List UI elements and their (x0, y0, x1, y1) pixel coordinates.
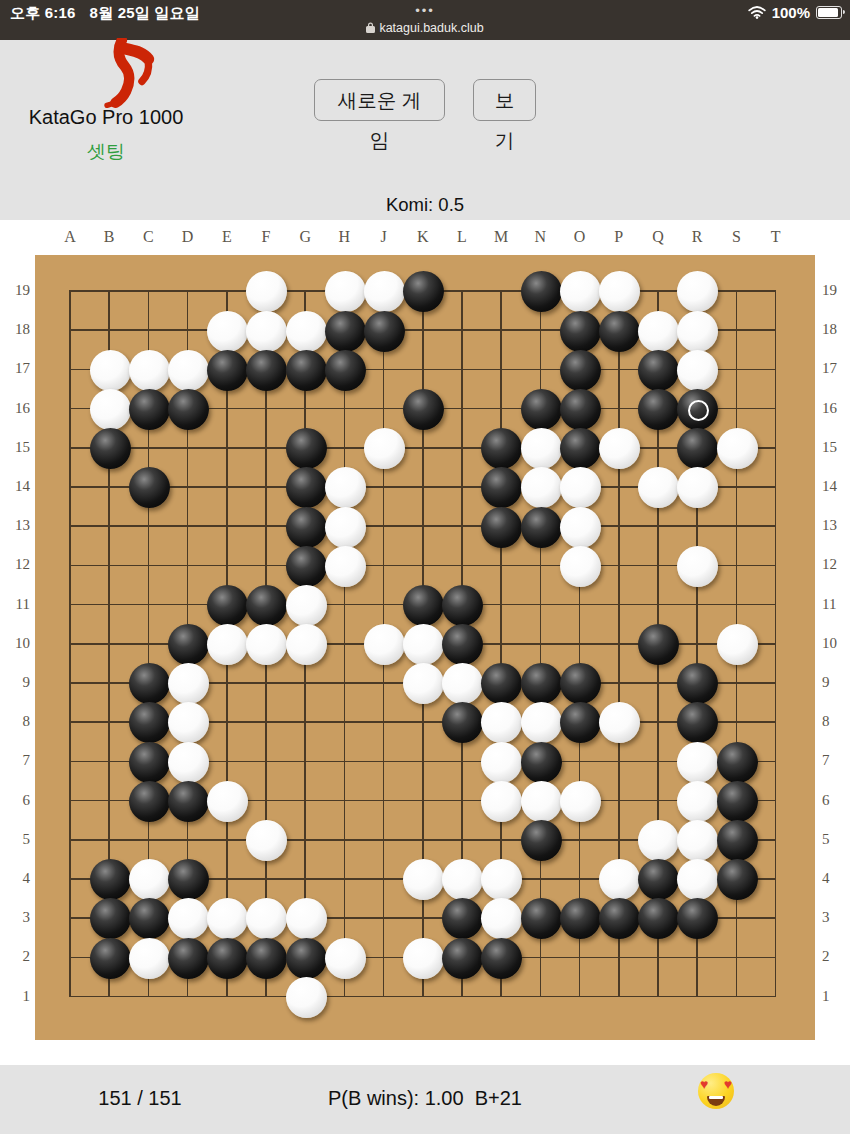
coord-label-row: 19 (2, 282, 30, 299)
last-move-marker (688, 400, 709, 421)
stone-R19[interactable] (677, 271, 718, 312)
stone-R18[interactable] (677, 311, 718, 352)
stone-L3[interactable] (442, 898, 483, 939)
stone-Q16[interactable] (638, 389, 679, 430)
stone-H18[interactable] (325, 311, 366, 352)
stone-D17[interactable] (168, 350, 209, 391)
stone-F3[interactable] (246, 898, 287, 939)
coord-label-row: 13 (822, 517, 850, 534)
stone-G15[interactable] (286, 428, 327, 469)
stone-D6[interactable] (168, 781, 209, 822)
coord-label-row: 15 (2, 439, 30, 456)
stone-R8[interactable] (677, 702, 718, 743)
coord-label-row: 16 (2, 400, 30, 417)
stone-E18[interactable] (207, 311, 248, 352)
taekwondo-kicker-logo (86, 38, 164, 108)
stone-N14[interactable] (521, 467, 562, 508)
stone-G17[interactable] (286, 350, 327, 391)
stone-K16[interactable] (403, 389, 444, 430)
stone-M9[interactable] (481, 663, 522, 704)
stone-O16[interactable] (560, 389, 601, 430)
coord-label-col: K (407, 228, 439, 246)
stone-M8[interactable] (481, 702, 522, 743)
stone-C16[interactable] (129, 389, 170, 430)
coord-label-col: M (485, 228, 517, 246)
board-section: AABBCCDDEEFFGGHHJJKKLLMMNNOOPPQQRRSSTT19… (0, 220, 850, 1065)
stone-D8[interactable] (168, 702, 209, 743)
stone-S4[interactable] (717, 859, 758, 900)
stone-O12[interactable] (560, 546, 601, 587)
stone-E11[interactable] (207, 585, 248, 626)
address-bar[interactable]: katagui.baduk.club (0, 21, 850, 35)
stone-G13[interactable] (286, 507, 327, 548)
coord-label-row: 11 (822, 596, 850, 613)
stone-C8[interactable] (129, 702, 170, 743)
coord-label-col: O (564, 228, 596, 246)
stone-H2[interactable] (325, 938, 366, 979)
stone-C7[interactable] (129, 742, 170, 783)
komi-label: Komi: 0.5 (0, 194, 850, 216)
stone-N6[interactable] (521, 781, 562, 822)
stone-D10[interactable] (168, 624, 209, 665)
stone-L11[interactable] (442, 585, 483, 626)
coord-label-col: S (720, 228, 752, 246)
stone-Q10[interactable] (638, 624, 679, 665)
stone-P15[interactable] (599, 428, 640, 469)
stone-B3[interactable] (90, 898, 131, 939)
stone-R5[interactable] (677, 820, 718, 861)
coord-label-row: 16 (822, 400, 850, 417)
stone-G3[interactable] (286, 898, 327, 939)
coord-label-row: 2 (2, 948, 30, 965)
coord-label-col: L (446, 228, 478, 246)
stone-O9[interactable] (560, 663, 601, 704)
stone-H19[interactable] (325, 271, 366, 312)
coord-label-col: R (681, 228, 713, 246)
stone-S10[interactable] (717, 624, 758, 665)
stone-R3[interactable] (677, 898, 718, 939)
stone-R7[interactable] (677, 742, 718, 783)
stone-O18[interactable] (560, 311, 601, 352)
stones-layer[interactable] (50, 271, 795, 1016)
status-bar: 오후 6:168월 25일 일요일 ••• katagui.baduk.club… (0, 0, 850, 40)
stone-N9[interactable] (521, 663, 562, 704)
coord-label-row: 14 (2, 478, 30, 495)
stone-R14[interactable] (677, 467, 718, 508)
coord-label-row: 4 (822, 870, 850, 887)
stone-D9[interactable] (168, 663, 209, 704)
coord-label-row: 9 (2, 674, 30, 691)
stone-M13[interactable] (481, 507, 522, 548)
coord-label-col: P (603, 228, 635, 246)
stone-M7[interactable] (481, 742, 522, 783)
stone-Q3[interactable] (638, 898, 679, 939)
stone-L9[interactable] (442, 663, 483, 704)
stone-K4[interactable] (403, 859, 444, 900)
stone-F10[interactable] (246, 624, 287, 665)
stone-E10[interactable] (207, 624, 248, 665)
coord-label-row: 5 (822, 831, 850, 848)
coord-label-row: 9 (822, 674, 850, 691)
coord-label-col: H (328, 228, 360, 246)
stone-F11[interactable] (246, 585, 287, 626)
coord-label-row: 3 (2, 909, 30, 926)
stone-M15[interactable] (481, 428, 522, 469)
stone-B4[interactable] (90, 859, 131, 900)
coord-label-col: C (132, 228, 164, 246)
stone-N15[interactable] (521, 428, 562, 469)
stone-B15[interactable] (90, 428, 131, 469)
coord-label-row: 1 (822, 988, 850, 1005)
stone-N5[interactable] (521, 820, 562, 861)
stone-P18[interactable] (599, 311, 640, 352)
stone-K11[interactable] (403, 585, 444, 626)
wifi-icon (748, 6, 766, 19)
stone-C14[interactable] (129, 467, 170, 508)
stone-F18[interactable] (246, 311, 287, 352)
stone-R9[interactable] (677, 663, 718, 704)
stone-N7[interactable] (521, 742, 562, 783)
heart-eye-left: ♥ (700, 1077, 708, 1091)
stone-M6[interactable] (481, 781, 522, 822)
stone-O14[interactable] (560, 467, 601, 508)
stone-S6[interactable] (717, 781, 758, 822)
stone-C2[interactable] (129, 938, 170, 979)
stone-K19[interactable] (403, 271, 444, 312)
stone-F17[interactable] (246, 350, 287, 391)
stone-G1[interactable] (286, 977, 327, 1018)
stone-L2[interactable] (442, 938, 483, 979)
stone-J18[interactable] (364, 311, 405, 352)
stone-B16[interactable] (90, 389, 131, 430)
stone-M2[interactable] (481, 938, 522, 979)
coord-label-row: 12 (2, 556, 30, 573)
stone-C17[interactable] (129, 350, 170, 391)
stone-Q17[interactable] (638, 350, 679, 391)
address-url: katagui.baduk.club (379, 21, 483, 35)
stone-F2[interactable] (246, 938, 287, 979)
emoji-mouth (707, 1096, 725, 1106)
coord-label-col: E (211, 228, 243, 246)
coord-label-row: 12 (822, 556, 850, 573)
coord-label-col: B (93, 228, 125, 246)
battery-icon (816, 6, 842, 19)
stone-E17[interactable] (207, 350, 248, 391)
stone-O15[interactable] (560, 428, 601, 469)
coord-label-row: 8 (2, 713, 30, 730)
coord-label-row: 18 (2, 321, 30, 338)
stone-P3[interactable] (599, 898, 640, 939)
coord-label-row: 1 (2, 988, 30, 1005)
footer: 151 / 151 P(B wins): 1.00 B+21 ♥ ♥ (0, 1065, 850, 1134)
coord-label-col: T (760, 228, 792, 246)
coord-label-col: F (250, 228, 282, 246)
stone-G10[interactable] (286, 624, 327, 665)
stone-J10[interactable] (364, 624, 405, 665)
stone-C4[interactable] (129, 859, 170, 900)
stone-K10[interactable] (403, 624, 444, 665)
stone-G18[interactable] (286, 311, 327, 352)
coord-label-row: 14 (822, 478, 850, 495)
stone-L4[interactable] (442, 859, 483, 900)
stone-R6[interactable] (677, 781, 718, 822)
stone-D2[interactable] (168, 938, 209, 979)
stone-N8[interactable] (521, 702, 562, 743)
stone-G11[interactable] (286, 585, 327, 626)
coord-label-row: 8 (822, 713, 850, 730)
stone-D7[interactable] (168, 742, 209, 783)
stone-B2[interactable] (90, 938, 131, 979)
stone-E3[interactable] (207, 898, 248, 939)
view-button[interactable]: 보기 (473, 79, 536, 121)
stone-O8[interactable] (560, 702, 601, 743)
go-board[interactable] (35, 255, 815, 1040)
coord-label-row: 3 (822, 909, 850, 926)
coord-label-row: 5 (2, 831, 30, 848)
tab-dots[interactable]: ••• (0, 3, 850, 18)
stone-P4[interactable] (599, 859, 640, 900)
stone-D3[interactable] (168, 898, 209, 939)
coord-label-row: 17 (2, 360, 30, 377)
stone-S7[interactable] (717, 742, 758, 783)
stone-O13[interactable] (560, 507, 601, 548)
coord-label-col: A (54, 228, 86, 246)
stone-C9[interactable] (129, 663, 170, 704)
coord-label-col: J (368, 228, 400, 246)
stone-G14[interactable] (286, 467, 327, 508)
stone-M3[interactable] (481, 898, 522, 939)
stone-J15[interactable] (364, 428, 405, 469)
coord-label-col: D (172, 228, 204, 246)
coord-label-col: Q (642, 228, 674, 246)
coord-label-row: 6 (2, 792, 30, 809)
coord-label-row: 11 (2, 596, 30, 613)
coord-label-col: G (289, 228, 321, 246)
stone-C3[interactable] (129, 898, 170, 939)
stone-Q14[interactable] (638, 467, 679, 508)
coord-label-row: 18 (822, 321, 850, 338)
coord-label-col: N (524, 228, 556, 246)
stone-H12[interactable] (325, 546, 366, 587)
stone-S5[interactable] (717, 820, 758, 861)
stone-L8[interactable] (442, 702, 483, 743)
coord-label-row: 10 (822, 635, 850, 652)
stone-J19[interactable] (364, 271, 405, 312)
stone-E6[interactable] (207, 781, 248, 822)
header: KataGo Pro 1000 셋팅 새로운 게임 보기 Komi: 0.5 (0, 40, 850, 220)
stone-R16[interactable] (677, 389, 718, 430)
app-title: KataGo Pro 1000 (0, 106, 212, 129)
stone-N19[interactable] (521, 271, 562, 312)
new-game-button[interactable]: 새로운 게임 (314, 79, 445, 121)
status-indicators: 100% (748, 4, 842, 21)
coord-label-row: 4 (2, 870, 30, 887)
stone-R17[interactable] (677, 350, 718, 391)
stone-R12[interactable] (677, 546, 718, 587)
stone-O3[interactable] (560, 898, 601, 939)
katago-app-screen: 오후 6:168월 25일 일요일 ••• katagui.baduk.club… (0, 0, 850, 1134)
stone-Q4[interactable] (638, 859, 679, 900)
stone-H17[interactable] (325, 350, 366, 391)
stone-D16[interactable] (168, 389, 209, 430)
stone-G12[interactable] (286, 546, 327, 587)
coord-label-row: 13 (2, 517, 30, 534)
stone-N3[interactable] (521, 898, 562, 939)
stone-Q18[interactable] (638, 311, 679, 352)
stone-O17[interactable] (560, 350, 601, 391)
coord-label-row: 15 (822, 439, 850, 456)
stone-H14[interactable] (325, 467, 366, 508)
stone-R4[interactable] (677, 859, 718, 900)
stone-F19[interactable] (246, 271, 287, 312)
coord-label-row: 19 (822, 282, 850, 299)
coord-label-row: 10 (2, 635, 30, 652)
stone-K9[interactable] (403, 663, 444, 704)
stone-F5[interactable] (246, 820, 287, 861)
stone-O19[interactable] (560, 271, 601, 312)
coord-label-row: 7 (822, 752, 850, 769)
settings-link[interactable]: 셋팅 (0, 139, 212, 165)
stone-K2[interactable] (403, 938, 444, 979)
stone-M4[interactable] (481, 859, 522, 900)
coord-label-row: 7 (2, 752, 30, 769)
stone-S15[interactable] (717, 428, 758, 469)
stone-D4[interactable] (168, 859, 209, 900)
heart-eye-right: ♥ (724, 1077, 732, 1091)
stone-C6[interactable] (129, 781, 170, 822)
stone-O6[interactable] (560, 781, 601, 822)
heart-eyes-emoji: ♥ ♥ (698, 1073, 734, 1109)
stone-P8[interactable] (599, 702, 640, 743)
stone-L10[interactable] (442, 624, 483, 665)
battery-percent: 100% (772, 4, 810, 21)
coord-label-row: 2 (822, 948, 850, 965)
stone-R15[interactable] (677, 428, 718, 469)
stone-E2[interactable] (207, 938, 248, 979)
coord-label-row: 17 (822, 360, 850, 377)
stone-H13[interactable] (325, 507, 366, 548)
lock-icon (366, 22, 375, 33)
coord-label-row: 6 (822, 792, 850, 809)
stone-G2[interactable] (286, 938, 327, 979)
stone-N13[interactable] (521, 507, 562, 548)
stone-Q5[interactable] (638, 820, 679, 861)
stone-P19[interactable] (599, 271, 640, 312)
stone-N16[interactable] (521, 389, 562, 430)
stone-M14[interactable] (481, 467, 522, 508)
stone-B17[interactable] (90, 350, 131, 391)
